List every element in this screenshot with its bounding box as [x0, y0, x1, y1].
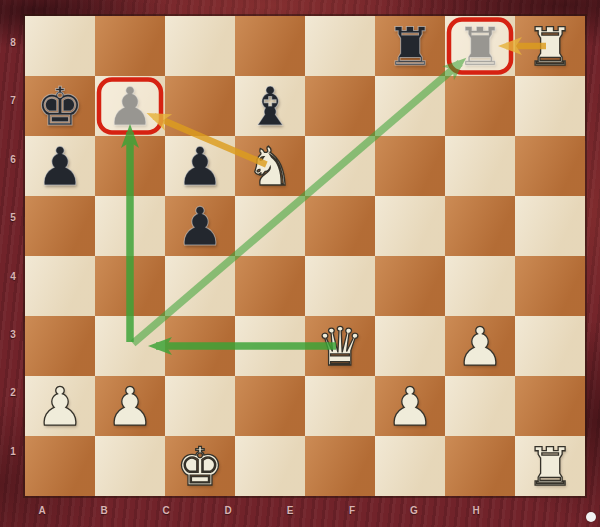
square-d5[interactable] [235, 196, 305, 256]
file-label-f: F [344, 505, 360, 516]
square-b8[interactable] [95, 16, 165, 76]
square-f2[interactable]: ♟ [375, 376, 445, 436]
piece-white-queen: ♛ [305, 316, 375, 376]
square-g4[interactable] [445, 256, 515, 316]
square-b5[interactable] [95, 196, 165, 256]
square-g5[interactable] [445, 196, 515, 256]
square-f8[interactable]: ♜ [375, 16, 445, 76]
square-e8[interactable] [305, 16, 375, 76]
piece-black-pawn: ♟ [95, 76, 165, 136]
square-d2[interactable] [235, 376, 305, 436]
square-e5[interactable] [305, 196, 375, 256]
square-f5[interactable] [375, 196, 445, 256]
square-c2[interactable] [165, 376, 235, 436]
square-b3[interactable] [95, 316, 165, 376]
square-e7[interactable] [305, 76, 375, 136]
square-h5[interactable] [515, 196, 585, 256]
rank-label-3: 3 [5, 329, 21, 340]
square-c7[interactable] [165, 76, 235, 136]
square-b4[interactable] [95, 256, 165, 316]
square-h2[interactable] [515, 376, 585, 436]
file-label-g: G [406, 505, 422, 516]
square-g8[interactable]: ♜ [445, 16, 515, 76]
square-h8[interactable]: ♜ [515, 16, 585, 76]
rank-label-6: 6 [5, 154, 21, 165]
square-c5[interactable]: ♟ [165, 196, 235, 256]
rank-label-2: 2 [5, 387, 21, 398]
piece-black-rook: ♜ [445, 16, 515, 76]
square-a6[interactable]: ♟ [25, 136, 95, 196]
piece-black-pawn: ♟ [165, 136, 235, 196]
square-g2[interactable] [445, 376, 515, 436]
square-h3[interactable] [515, 316, 585, 376]
rank-label-5: 5 [5, 212, 21, 223]
square-h6[interactable] [515, 136, 585, 196]
square-a3[interactable] [25, 316, 95, 376]
square-e2[interactable] [305, 376, 375, 436]
square-a8[interactable] [25, 16, 95, 76]
piece-black-bishop: ♝ [235, 76, 305, 136]
piece-white-pawn: ♟ [375, 376, 445, 436]
square-d7[interactable]: ♝ [235, 76, 305, 136]
file-label-a: A [34, 505, 50, 516]
piece-white-rook: ♜ [515, 16, 585, 76]
piece-black-rook: ♜ [375, 16, 445, 76]
square-b1[interactable] [95, 436, 165, 496]
piece-white-pawn: ♟ [95, 376, 165, 436]
file-label-h: H [468, 505, 484, 516]
square-c8[interactable] [165, 16, 235, 76]
square-b2[interactable]: ♟ [95, 376, 165, 436]
chess-diagram: ♜♜♜♚♟♝♟♟♞♟♛♟♟♟♟♚♜ 87654321ABCDEFGH [0, 0, 600, 527]
square-e4[interactable] [305, 256, 375, 316]
square-f1[interactable] [375, 436, 445, 496]
square-e3[interactable]: ♛ [305, 316, 375, 376]
chess-board: ♜♜♜♚♟♝♟♟♞♟♛♟♟♟♟♚♜ [25, 16, 585, 496]
square-d6[interactable]: ♞ [235, 136, 305, 196]
square-c4[interactable] [165, 256, 235, 316]
piece-black-pawn: ♟ [165, 196, 235, 256]
square-e6[interactable] [305, 136, 375, 196]
rank-label-8: 8 [5, 37, 21, 48]
file-label-b: B [96, 505, 112, 516]
square-h4[interactable] [515, 256, 585, 316]
square-f6[interactable] [375, 136, 445, 196]
square-a1[interactable] [25, 436, 95, 496]
file-label-d: D [220, 505, 236, 516]
square-c6[interactable]: ♟ [165, 136, 235, 196]
file-label-e: E [282, 505, 298, 516]
piece-black-pawn: ♟ [25, 136, 95, 196]
piece-white-king: ♚ [165, 436, 235, 496]
piece-white-knight: ♞ [235, 136, 305, 196]
rank-label-1: 1 [5, 446, 21, 457]
square-d8[interactable] [235, 16, 305, 76]
square-a2[interactable]: ♟ [25, 376, 95, 436]
square-h1[interactable]: ♜ [515, 436, 585, 496]
square-a7[interactable]: ♚ [25, 76, 95, 136]
piece-white-pawn: ♟ [25, 376, 95, 436]
file-label-c: C [158, 505, 174, 516]
piece-white-rook: ♜ [515, 436, 585, 496]
square-d3[interactable] [235, 316, 305, 376]
square-g1[interactable] [445, 436, 515, 496]
square-d4[interactable] [235, 256, 305, 316]
square-b6[interactable] [95, 136, 165, 196]
rank-label-7: 7 [5, 95, 21, 106]
square-a4[interactable] [25, 256, 95, 316]
square-d1[interactable] [235, 436, 305, 496]
rank-label-4: 4 [5, 271, 21, 282]
piece-white-pawn: ♟ [445, 316, 515, 376]
square-f4[interactable] [375, 256, 445, 316]
square-c3[interactable] [165, 316, 235, 376]
piece-black-king: ♚ [25, 76, 95, 136]
square-f7[interactable] [375, 76, 445, 136]
corner-dot [586, 512, 596, 522]
square-g3[interactable]: ♟ [445, 316, 515, 376]
square-g7[interactable] [445, 76, 515, 136]
square-a5[interactable] [25, 196, 95, 256]
square-h7[interactable] [515, 76, 585, 136]
square-g6[interactable] [445, 136, 515, 196]
square-e1[interactable] [305, 436, 375, 496]
square-f3[interactable] [375, 316, 445, 376]
square-c1[interactable]: ♚ [165, 436, 235, 496]
square-b7[interactable]: ♟ [95, 76, 165, 136]
